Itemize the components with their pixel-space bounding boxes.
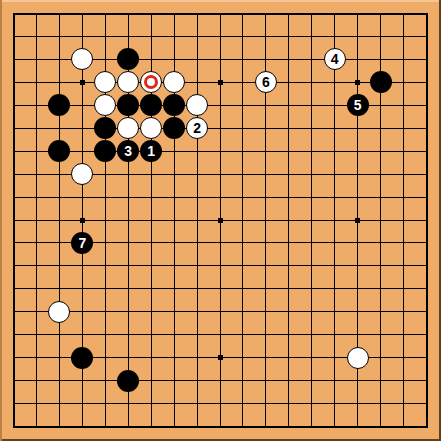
- star-point: [355, 80, 360, 85]
- black-stone-move-1: 1: [140, 140, 162, 162]
- move-number-label: 5: [354, 98, 362, 112]
- white-stone: [48, 301, 70, 323]
- black-stone-move-3: 3: [117, 140, 139, 162]
- grid-line-horizontal: [13, 403, 428, 404]
- grid-line-vertical: [334, 13, 335, 428]
- frame-edge-left: [0, 0, 2, 441]
- grid-line-vertical: [403, 13, 404, 428]
- white-stone-move-4: 4: [324, 48, 346, 70]
- black-stone-move-5: 5: [347, 94, 369, 116]
- white-stone-marked: [140, 71, 162, 93]
- move-number-label: 3: [124, 144, 132, 158]
- grid-line-vertical: [311, 13, 312, 428]
- black-stone: [163, 117, 185, 139]
- move-number-label: 7: [78, 236, 86, 250]
- move-number-label: 6: [262, 75, 270, 89]
- grid-line-horizontal: [13, 311, 428, 312]
- black-stone: [94, 140, 116, 162]
- grid-line-horizontal: [13, 426, 428, 428]
- black-stone: [94, 117, 116, 139]
- black-stone: [140, 94, 162, 116]
- white-stone: [71, 48, 93, 70]
- circle-marker-icon: [144, 75, 158, 89]
- grid-line-horizontal: [13, 334, 428, 335]
- star-point: [218, 218, 223, 223]
- black-stone: [48, 140, 70, 162]
- white-stone: [347, 347, 369, 369]
- white-stone: [94, 94, 116, 116]
- grid-line-vertical: [426, 13, 428, 428]
- grid-line-horizontal: [13, 265, 428, 266]
- move-number-label: 2: [193, 121, 201, 135]
- white-stone: [94, 71, 116, 93]
- star-point: [218, 355, 223, 360]
- grid-line-vertical: [242, 13, 243, 428]
- white-stone-move-2: 2: [186, 117, 208, 139]
- white-stone: [186, 94, 208, 116]
- white-stone-move-6: 6: [255, 71, 277, 93]
- star-point: [80, 80, 85, 85]
- grid-line-horizontal: [13, 288, 428, 289]
- black-stone: [117, 48, 139, 70]
- frame-edge-top: [0, 0, 441, 2]
- go-board[interactable]: 4652317: [0, 0, 441, 441]
- white-stone: [163, 71, 185, 93]
- move-number-label: 1: [147, 144, 155, 158]
- white-stone: [71, 163, 93, 185]
- black-stone: [370, 71, 392, 93]
- black-stone: [117, 94, 139, 116]
- black-stone: [71, 347, 93, 369]
- white-stone: [140, 117, 162, 139]
- move-number-label: 4: [331, 52, 339, 66]
- black-stone: [163, 94, 185, 116]
- white-stone: [117, 117, 139, 139]
- white-stone: [117, 71, 139, 93]
- grid-line-vertical: [288, 13, 289, 428]
- star-point: [80, 218, 85, 223]
- star-point: [355, 218, 360, 223]
- black-stone: [117, 370, 139, 392]
- grid-line-horizontal: [13, 380, 428, 381]
- black-stone-move-7: 7: [71, 232, 93, 254]
- star-point: [218, 80, 223, 85]
- black-stone: [48, 94, 70, 116]
